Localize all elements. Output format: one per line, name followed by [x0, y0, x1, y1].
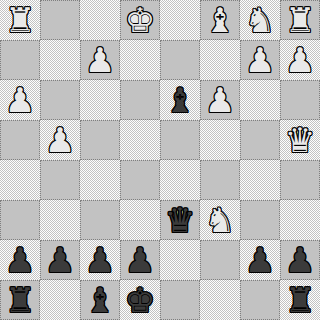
square-f1[interactable]	[80, 0, 120, 40]
piece-white-pawn[interactable]: ♟	[285, 40, 315, 80]
square-b3[interactable]	[240, 80, 280, 120]
square-e5[interactable]	[120, 160, 160, 200]
square-d6[interactable]: ♛	[160, 200, 200, 240]
piece-black-rook[interactable]: ♜	[5, 280, 35, 320]
square-a8[interactable]: ♜	[280, 280, 320, 320]
square-d2[interactable]	[160, 40, 200, 80]
piece-white-rook[interactable]: ♜	[285, 0, 315, 40]
square-h1[interactable]: ♜	[0, 0, 40, 40]
square-b7[interactable]: ♟	[240, 240, 280, 280]
square-c4[interactable]	[200, 120, 240, 160]
square-c5[interactable]	[200, 160, 240, 200]
square-a5[interactable]	[280, 160, 320, 200]
square-c7[interactable]	[200, 240, 240, 280]
square-a1[interactable]: ♜	[280, 0, 320, 40]
square-h5[interactable]	[0, 160, 40, 200]
square-e1[interactable]: ♚	[120, 0, 160, 40]
square-c6[interactable]: ♞	[200, 200, 240, 240]
square-h4[interactable]	[0, 120, 40, 160]
square-f4[interactable]	[80, 120, 120, 160]
square-h6[interactable]	[0, 200, 40, 240]
square-d8[interactable]	[160, 280, 200, 320]
piece-black-pawn[interactable]: ♟	[45, 240, 75, 280]
square-f7[interactable]: ♟	[80, 240, 120, 280]
piece-white-knight[interactable]: ♞	[205, 200, 235, 240]
square-f6[interactable]	[80, 200, 120, 240]
piece-black-bishop[interactable]: ♝	[85, 280, 115, 320]
square-a2[interactable]: ♟	[280, 40, 320, 80]
square-c2[interactable]	[200, 40, 240, 80]
piece-black-king[interactable]: ♚	[125, 280, 155, 320]
square-g7[interactable]: ♟	[40, 240, 80, 280]
square-g2[interactable]	[40, 40, 80, 80]
piece-white-king[interactable]: ♚	[125, 0, 155, 40]
piece-black-pawn[interactable]: ♟	[85, 240, 115, 280]
square-g6[interactable]	[40, 200, 80, 240]
square-e6[interactable]	[120, 200, 160, 240]
square-c8[interactable]	[200, 280, 240, 320]
piece-black-queen[interactable]: ♛	[165, 200, 195, 240]
piece-white-pawn[interactable]: ♟	[85, 40, 115, 80]
piece-white-bishop[interactable]: ♝	[205, 0, 235, 40]
square-b4[interactable]	[240, 120, 280, 160]
square-h2[interactable]	[0, 40, 40, 80]
piece-black-pawn[interactable]: ♟	[125, 240, 155, 280]
piece-white-pawn[interactable]: ♟	[45, 120, 75, 160]
square-c3[interactable]: ♟	[200, 80, 240, 120]
square-h8[interactable]: ♜	[0, 280, 40, 320]
square-f5[interactable]	[80, 160, 120, 200]
piece-white-knight[interactable]: ♞	[245, 0, 275, 40]
square-e4[interactable]	[120, 120, 160, 160]
square-a3[interactable]	[280, 80, 320, 120]
square-e3[interactable]	[120, 80, 160, 120]
square-e2[interactable]	[120, 40, 160, 80]
piece-black-rook[interactable]: ♜	[285, 280, 315, 320]
piece-black-bishop[interactable]: ♝	[165, 80, 195, 120]
piece-white-queen[interactable]: ♛	[285, 120, 315, 160]
square-d4[interactable]	[160, 120, 200, 160]
square-h3[interactable]: ♟	[0, 80, 40, 120]
square-b1[interactable]: ♞	[240, 0, 280, 40]
square-g3[interactable]	[40, 80, 80, 120]
square-f2[interactable]: ♟	[80, 40, 120, 80]
square-g5[interactable]	[40, 160, 80, 200]
square-a7[interactable]: ♟	[280, 240, 320, 280]
square-e7[interactable]: ♟	[120, 240, 160, 280]
square-b5[interactable]	[240, 160, 280, 200]
square-b8[interactable]	[240, 280, 280, 320]
square-d3[interactable]: ♝	[160, 80, 200, 120]
square-d7[interactable]	[160, 240, 200, 280]
piece-black-pawn[interactable]: ♟	[285, 240, 315, 280]
square-g4[interactable]: ♟	[40, 120, 80, 160]
square-b2[interactable]: ♟	[240, 40, 280, 80]
square-e8[interactable]: ♚	[120, 280, 160, 320]
square-g8[interactable]	[40, 280, 80, 320]
chess-board-window: ♜♚♝♞♜♟♟♟♟♝♟♟♛♛♞♟♟♟♟♟♟♜♝♚♜	[0, 0, 320, 320]
square-b6[interactable]	[240, 200, 280, 240]
piece-white-pawn[interactable]: ♟	[5, 80, 35, 120]
square-h7[interactable]: ♟	[0, 240, 40, 280]
piece-black-pawn[interactable]: ♟	[5, 240, 35, 280]
piece-white-pawn[interactable]: ♟	[205, 80, 235, 120]
square-d5[interactable]	[160, 160, 200, 200]
square-d1[interactable]	[160, 0, 200, 40]
square-g1[interactable]	[40, 0, 80, 40]
piece-white-rook[interactable]: ♜	[5, 0, 35, 40]
square-f3[interactable]	[80, 80, 120, 120]
square-a6[interactable]	[280, 200, 320, 240]
square-f8[interactable]: ♝	[80, 280, 120, 320]
piece-black-pawn[interactable]: ♟	[245, 240, 275, 280]
chess-board: ♜♚♝♞♜♟♟♟♟♝♟♟♛♛♞♟♟♟♟♟♟♜♝♚♜	[0, 0, 320, 320]
square-a4[interactable]: ♛	[280, 120, 320, 160]
piece-white-pawn[interactable]: ♟	[245, 40, 275, 80]
square-c1[interactable]: ♝	[200, 0, 240, 40]
